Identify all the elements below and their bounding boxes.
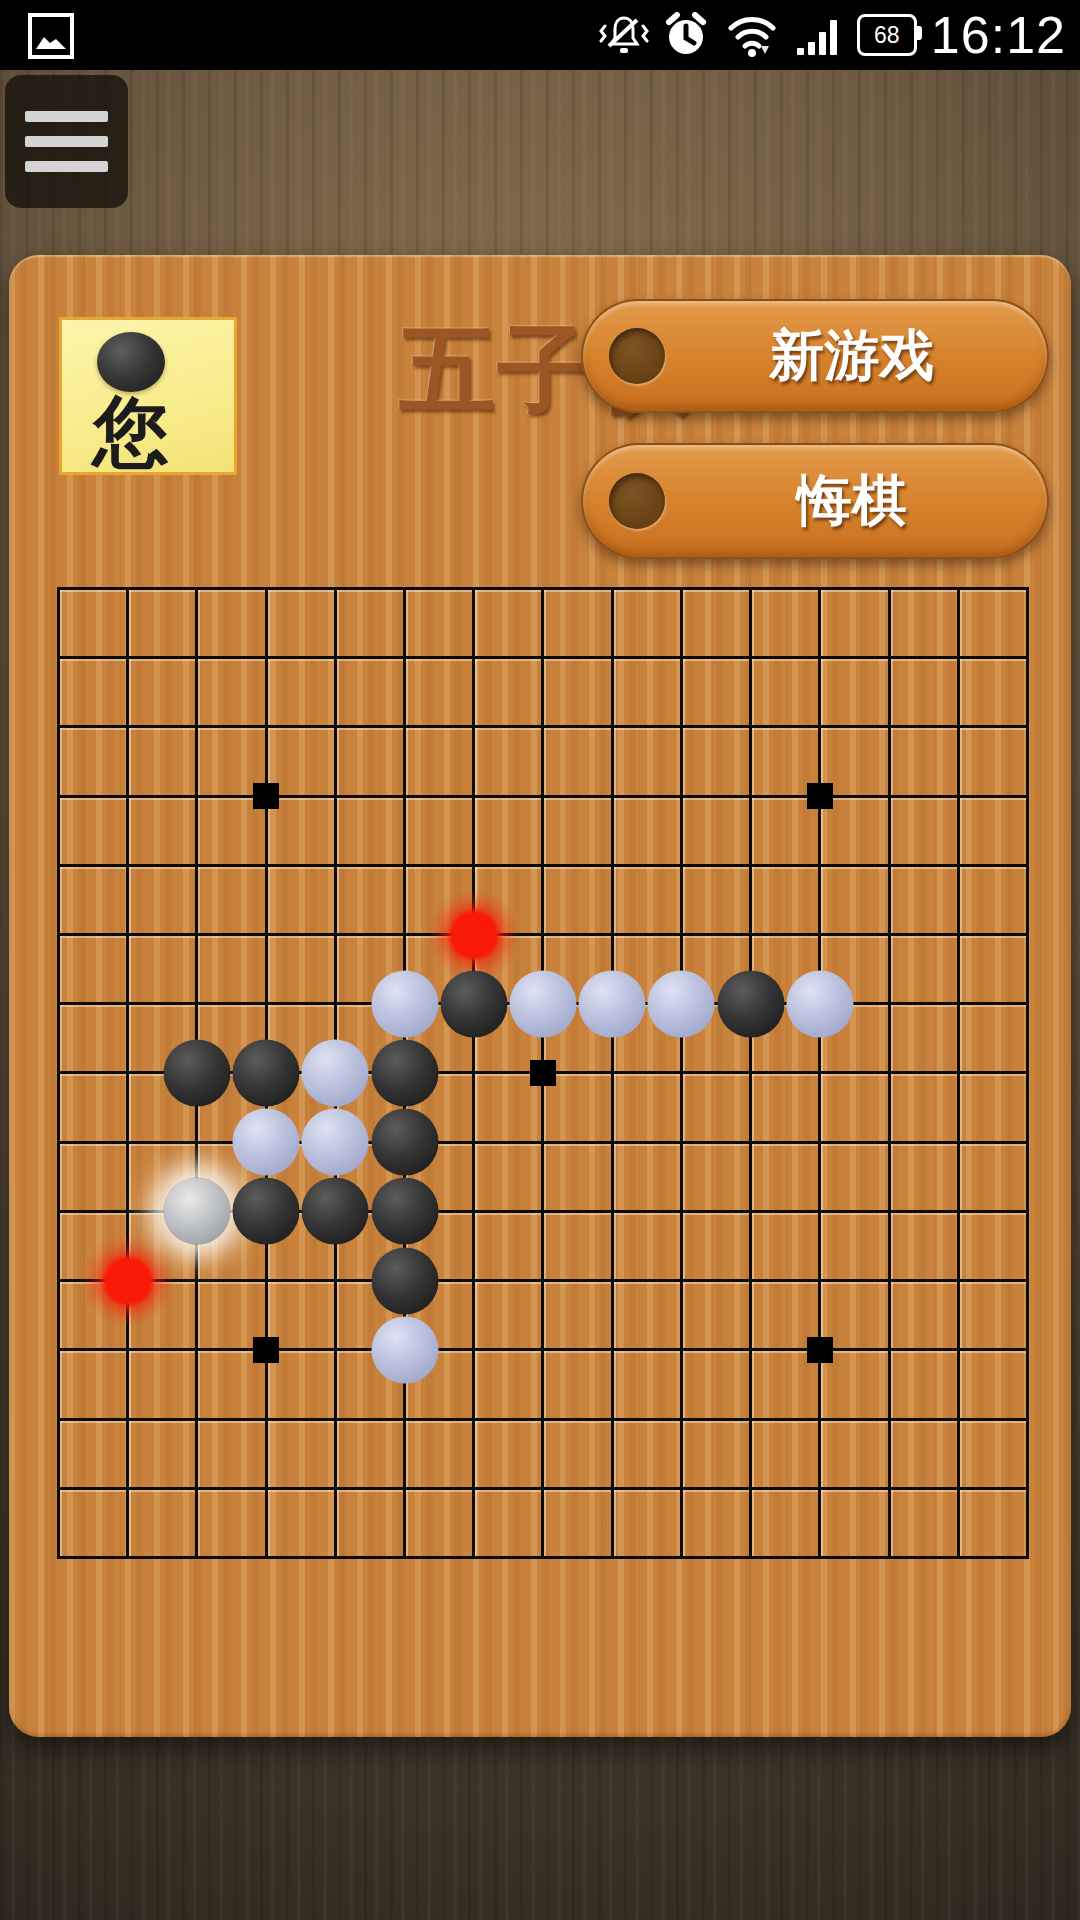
stone-black <box>371 1247 438 1314</box>
star-point <box>807 783 833 809</box>
stone-black <box>163 1039 230 1106</box>
new-game-label: 新游戏 <box>665 319 1047 393</box>
button-circle-icon <box>609 328 665 384</box>
battery-icon: 68 <box>857 14 917 56</box>
stone-black <box>371 1178 438 1245</box>
game-panel: 您 五子棋 新游戏 悔棋 <box>9 255 1071 1737</box>
player-turn-box: 您 <box>59 317 237 475</box>
stone-black <box>371 1039 438 1106</box>
undo-button[interactable]: 悔棋 <box>581 443 1049 559</box>
stone-white <box>648 970 715 1037</box>
stone-white <box>786 970 853 1037</box>
player-label: 您 <box>93 392 169 472</box>
status-bar: 68 16:12 <box>0 0 1080 70</box>
stone-white <box>371 970 438 1037</box>
menu-button[interactable] <box>5 75 128 208</box>
vibrate-muted-icon <box>599 12 649 58</box>
wifi-icon <box>723 12 781 58</box>
stone-black <box>440 970 507 1037</box>
new-game-button[interactable]: 新游戏 <box>581 299 1049 413</box>
stone-black <box>717 970 784 1037</box>
star-point <box>253 783 279 809</box>
gomoku-board[interactable] <box>57 587 1029 1559</box>
stone-white-last-move <box>163 1178 230 1245</box>
stone-white <box>371 1316 438 1383</box>
stone-white <box>579 970 646 1037</box>
clock-time: 16:12 <box>931 0 1066 70</box>
stone-white <box>302 1109 369 1176</box>
signal-strength-icon <box>795 12 843 58</box>
alarm-icon <box>663 12 709 58</box>
red-move-marker <box>80 1233 176 1329</box>
stone-black <box>233 1178 300 1245</box>
stone-black <box>302 1178 369 1245</box>
stone-black <box>371 1109 438 1176</box>
stone-white <box>509 970 576 1037</box>
screenshot-thumbnail-icon <box>28 13 74 59</box>
star-point <box>253 1337 279 1363</box>
battery-percent: 68 <box>874 22 900 49</box>
star-point <box>530 1060 556 1086</box>
red-move-marker <box>426 887 522 983</box>
black-stone-icon <box>97 332 165 392</box>
stone-white <box>233 1109 300 1176</box>
star-point <box>807 1337 833 1363</box>
stone-black <box>233 1039 300 1106</box>
stone-white <box>302 1039 369 1106</box>
button-circle-icon <box>609 473 665 529</box>
undo-label: 悔棋 <box>665 464 1047 538</box>
